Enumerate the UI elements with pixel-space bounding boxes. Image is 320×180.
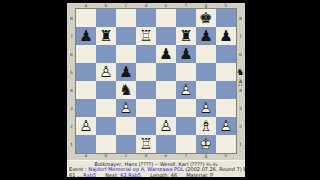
tray-white-bishop-icon: ♝♗: [236, 78, 245, 89]
rank-label-4: 4: [67, 88, 76, 93]
square-c3: ♟♙: [116, 99, 136, 117]
square-d4: [136, 81, 156, 99]
white-king: ♚♔: [196, 135, 216, 153]
square-h1: [216, 135, 236, 153]
game-info-caption: Bolkmayer, Hans (????) -- Wendl, Karl (?…: [67, 160, 245, 177]
square-b5: ♟♙: [96, 63, 116, 81]
white-pawn: ♟♙: [96, 63, 116, 81]
white-rook: ♜♖: [136, 27, 156, 45]
video-frame: abcdefgh 87654321 ♚♟♜♜♖♜♟♟♟♟♟♙♟♞♟♙♟♙♟♙♟♙…: [0, 0, 320, 180]
black-rook: ♜: [176, 27, 196, 45]
square-a5: [76, 63, 96, 81]
file-label-e: e: [156, 153, 176, 159]
square-d6: [136, 45, 156, 63]
black-pawn: ♟: [216, 27, 236, 45]
event-name: Najdorf Memorial op A, Warszawa POL: [88, 167, 184, 172]
square-g2: ♝♗: [196, 117, 216, 135]
rank-label-8: 8: [67, 16, 76, 21]
black-pawn: ♟: [196, 27, 216, 45]
square-e6: ♟: [156, 45, 176, 63]
square-b3: [96, 99, 116, 117]
square-d5: [136, 63, 156, 81]
white-rook: ♜♖: [136, 135, 156, 153]
square-a1: [76, 135, 96, 153]
square-f4: ♟♙: [176, 81, 196, 99]
square-h3: [216, 99, 236, 117]
square-a3: [76, 99, 96, 117]
status-line: 61 ... Rxb5 Next: 62.Rxb5 Length: 46 Mat…: [67, 173, 245, 178]
square-b6: [96, 45, 116, 63]
square-e4: [156, 81, 176, 99]
square-b4: [96, 81, 116, 99]
square-a4: [76, 81, 96, 99]
file-label-a: a: [76, 153, 96, 159]
square-e2: ♟♙: [156, 117, 176, 135]
square-f2: [176, 117, 196, 135]
square-c4: ♞: [116, 81, 136, 99]
rank-labels-left: 87654321: [67, 9, 76, 153]
black-pawn: ♟: [156, 45, 176, 63]
square-d2: [136, 117, 156, 135]
square-h4: [216, 81, 236, 99]
white-bishop: ♝♗: [196, 117, 216, 135]
players-text: Bolkmayer, Hans (????) -- Wendl, Karl (?…: [95, 162, 218, 167]
next-label: Next:: [105, 173, 118, 178]
square-e5: [156, 63, 176, 81]
square-d1: ♜♖: [136, 135, 156, 153]
square-c5: ♟: [116, 63, 136, 81]
square-c1: [116, 135, 136, 153]
rank-label-1: 1: [236, 142, 245, 147]
file-label-d: d: [136, 153, 156, 159]
move-number: 61: [69, 173, 75, 178]
file-label-h: h: [216, 153, 236, 159]
event-label: Event :: [69, 167, 87, 172]
square-b8: [96, 9, 116, 27]
square-a7: ♟: [76, 27, 96, 45]
white-pawn: ♟♙: [216, 117, 236, 135]
length-label: Length:: [150, 173, 169, 178]
square-e3: [156, 99, 176, 117]
square-d3: [136, 99, 156, 117]
event-details: (2002.07.26, Round 7): [185, 167, 241, 172]
last-move: ... Rxb5: [77, 173, 96, 178]
square-f5: [176, 63, 196, 81]
square-g5: [196, 63, 216, 81]
rank-label-5: 5: [67, 70, 76, 75]
square-c6: [116, 45, 136, 63]
next-move: 62.Rxb5: [120, 173, 141, 178]
black-pawn: ♟: [76, 27, 96, 45]
square-g4: [196, 81, 216, 99]
square-e8: [156, 9, 176, 27]
black-pawn: ♟: [116, 63, 136, 81]
square-g7: ♟: [196, 27, 216, 45]
black-king: ♚: [196, 9, 216, 27]
material-difference-tray: ♞♝♗: [236, 67, 245, 89]
tray-black-knight-icon: ♞: [236, 67, 245, 78]
square-e7: [156, 27, 176, 45]
square-g1: ♚♔: [196, 135, 216, 153]
rank-label-2: 2: [236, 124, 245, 129]
square-h6: [216, 45, 236, 63]
white-pawn: ♟♙: [116, 99, 136, 117]
square-h2: ♟♙: [216, 117, 236, 135]
square-f7: ♜: [176, 27, 196, 45]
file-label-g: g: [196, 153, 216, 159]
square-c7: [116, 27, 136, 45]
square-h8: [216, 9, 236, 27]
square-g6: [196, 45, 216, 63]
square-b2: [96, 117, 116, 135]
square-c2: [116, 117, 136, 135]
rank-label-8: 8: [236, 16, 245, 21]
square-f3: [176, 99, 196, 117]
rank-label-6: 6: [67, 52, 76, 57]
black-rook: ♜: [96, 27, 116, 45]
white-pawn: ♟♙: [76, 117, 96, 135]
file-labels-bottom: abcdefgh: [76, 153, 236, 159]
square-b7: ♜: [96, 27, 116, 45]
material-label: Material:: [186, 173, 208, 178]
material-value: P: [210, 173, 213, 178]
square-g8: ♚: [196, 9, 216, 27]
file-label-f: f: [176, 153, 196, 159]
white-pawn: ♟♙: [176, 81, 196, 99]
rank-label-3: 3: [236, 106, 245, 111]
white-pawn: ♟♙: [196, 99, 216, 117]
square-a8: [76, 9, 96, 27]
square-d8: [136, 9, 156, 27]
square-a2: ♟♙: [76, 117, 96, 135]
rank-label-7: 7: [67, 34, 76, 39]
rank-label-1: 1: [67, 142, 76, 147]
square-h7: ♟: [216, 27, 236, 45]
rank-label-3: 3: [67, 106, 76, 111]
square-c8: [116, 9, 136, 27]
square-a6: [76, 45, 96, 63]
square-b1: [96, 135, 116, 153]
white-pawn: ♟♙: [156, 117, 176, 135]
black-knight: ♞: [116, 81, 136, 99]
rank-label-6: 6: [236, 52, 245, 57]
rank-label-2: 2: [67, 124, 76, 129]
black-pawn: ♟: [176, 45, 196, 63]
length-value: 46: [171, 173, 177, 178]
rank-label-7: 7: [236, 34, 245, 39]
square-d7: ♜♖: [136, 27, 156, 45]
square-g3: ♟♙: [196, 99, 216, 117]
square-f8: [176, 9, 196, 27]
square-e1: [156, 135, 176, 153]
chess-diagram: abcdefgh 87654321 ♚♟♜♜♖♜♟♟♟♟♟♙♟♞♟♙♟♙♟♙♟♙…: [67, 3, 245, 175]
square-h5: [216, 63, 236, 81]
file-label-b: b: [96, 153, 116, 159]
eco-code: E20: [243, 167, 245, 172]
file-label-c: c: [116, 153, 136, 159]
chess-board: ♚♟♜♜♖♜♟♟♟♟♟♙♟♞♟♙♟♙♟♙♟♙♟♙♝♗♟♙♜♖♚♔: [76, 9, 236, 153]
square-f6: ♟: [176, 45, 196, 63]
square-f1: [176, 135, 196, 153]
